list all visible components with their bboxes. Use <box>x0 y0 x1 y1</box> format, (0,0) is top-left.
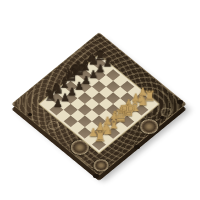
box-foot <box>28 113 32 116</box>
box-foot <box>93 174 99 178</box>
clasp-icon <box>177 100 183 104</box>
square-a1[interactable]: ♜ <box>92 139 106 151</box>
board-field: ♜♞♝♛♚♝♞♜♟♟♟♟♟♟♟♟♟♟♟♟♟♟♟♟♜♞♝♛♚♝♞♜ <box>38 54 160 154</box>
board-grid: ♜♞♝♛♚♝♞♜♟♟♟♟♟♟♟♟♟♟♟♟♟♟♟♟♜♞♝♛♚♝♞♜ <box>42 58 155 151</box>
rosette-ornament <box>136 116 161 137</box>
rosette-ornament <box>91 157 112 174</box>
ring-ornament <box>46 119 62 132</box>
white-rook[interactable]: ♜ <box>94 129 107 143</box>
chess-board[interactable]: ♜♞♝♛♚♝♞♜♟♟♟♟♟♟♟♟♟♟♟♟♟♟♟♟♜♞♝♛♚♝♞♜ <box>11 32 186 176</box>
box-foot <box>160 116 164 119</box>
clasp-icon <box>134 145 140 149</box>
black-pawn[interactable]: ♟ <box>53 98 63 109</box>
chess-set-photo: ♜♞♝♛♚♝♞♜♟♟♟♟♟♟♟♟♟♟♟♟♟♟♟♟♜♞♝♛♚♝♞♜ <box>0 0 200 200</box>
